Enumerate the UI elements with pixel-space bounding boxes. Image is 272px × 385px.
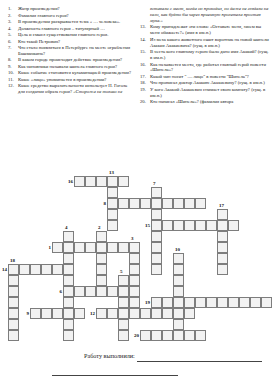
clue-text: Кто такой Петрович?	[18, 39, 134, 45]
worksheet-page: 1.Жанр произведения?2.Фамилия главного г…	[0, 0, 272, 385]
crossword-cell[interactable]	[107, 308, 118, 319]
crossword-cell[interactable]	[217, 253, 228, 264]
crossword-cell[interactable]	[129, 264, 140, 275]
clue-text: Какой чин носит " .... лицо" в повести "…	[150, 74, 269, 80]
crossword-cell[interactable]	[107, 286, 118, 297]
clue-item: 17.Какой чин носит " .... лицо" в повест…	[139, 74, 269, 80]
crossword-cell[interactable]	[41, 308, 52, 319]
clue-item: 6.Кто такой Петрович?	[7, 39, 134, 45]
clue-text: Кому принадлежат эти слова: «Оставьте ме…	[150, 24, 269, 36]
crossword-cell[interactable]	[118, 308, 129, 319]
clue-text: Из меха какого животного сшит воротник н…	[150, 37, 269, 49]
crossword-cell[interactable]	[173, 198, 184, 209]
clue-item: 15.В честь кого главному герою было дано…	[139, 49, 269, 61]
clue-number: 19.	[139, 87, 150, 99]
clue-text: Должность главного героя – титулярный …	[18, 26, 134, 32]
crossword-cell[interactable]	[8, 297, 19, 308]
crossword-cell[interactable]	[8, 308, 19, 319]
crossword-cell[interactable]	[129, 198, 140, 209]
crossword-cell[interactable]	[63, 242, 74, 253]
crossword-cell[interactable]	[118, 330, 129, 341]
clue-number: 14.	[139, 37, 150, 49]
clue-item: 12.Какое средство выразительности исполь…	[7, 83, 134, 95]
crossword-cell[interactable]	[63, 264, 74, 275]
crossword-cell[interactable]	[151, 253, 162, 264]
crossword-cell[interactable]	[107, 187, 118, 198]
clue-item: 13.Кому принадлежат эти слова: «Оставьте…	[139, 24, 269, 36]
crossword-cell[interactable]	[195, 297, 206, 308]
clue-item: 8.В каком городе происходит действие про…	[7, 57, 134, 63]
crossword-cell[interactable]	[151, 220, 162, 231]
crossword-cell[interactable]	[140, 198, 151, 209]
crossword-cell[interactable]	[8, 264, 19, 275]
crossword-cell[interactable]	[151, 242, 162, 253]
crossword-cell[interactable]	[118, 198, 129, 209]
crossword-cell[interactable]	[118, 242, 129, 253]
crossword-cell[interactable]	[250, 297, 261, 308]
crossword-cell[interactable]	[151, 330, 162, 341]
crossword-cell[interactable]	[107, 176, 118, 187]
crossword-cell[interactable]	[8, 330, 19, 341]
clue-number: 2.	[7, 13, 18, 19]
crossword-cell[interactable]	[96, 286, 107, 297]
crossword-cell[interactable]	[96, 242, 107, 253]
clue-number: 1.	[7, 6, 18, 12]
crossword-cell[interactable]	[129, 242, 140, 253]
entry-number-label: 15	[140, 223, 150, 228]
clue-text: В каком городе происходит действие произ…	[18, 57, 134, 63]
crossword-cell[interactable]	[173, 319, 184, 330]
crossword-cell[interactable]	[195, 198, 206, 209]
clue-text: Как называется место, где работал главны…	[150, 62, 269, 74]
crossword-cell[interactable]	[118, 297, 129, 308]
clue-text: Жанр произведения?	[18, 6, 134, 12]
crossword-cell[interactable]	[151, 297, 162, 308]
crossword-cell[interactable]	[173, 275, 184, 286]
crossword-cell[interactable]	[217, 242, 228, 253]
entry-number-label: 10	[175, 247, 180, 252]
crossword-cell[interactable]	[74, 176, 85, 187]
crossword-cell[interactable]	[173, 253, 184, 264]
crossword-cell[interactable]	[184, 220, 195, 231]
crossword-cell[interactable]	[162, 297, 173, 308]
signature-line	[137, 361, 262, 362]
crossword-cell[interactable]	[217, 231, 228, 242]
crossword-cell[interactable]	[151, 264, 162, 275]
crossword-cell[interactable]	[217, 220, 228, 231]
clue-item: 7.Что стало появляться в Петербурге на м…	[7, 45, 134, 57]
entry-number-label: 1	[41, 245, 51, 250]
clue-item: 11.Какое «лицо» упоминается в произведен…	[7, 77, 134, 83]
crossword-cell[interactable]	[195, 330, 206, 341]
crossword-cell[interactable]	[162, 330, 173, 341]
crossword-cell[interactable]	[151, 231, 162, 242]
entry-number-label: 12	[85, 311, 95, 316]
crossword-cell[interactable]	[63, 231, 74, 242]
clue-text: Какое средство выразительности используе…	[18, 83, 134, 95]
clue-number: 13.	[139, 24, 150, 36]
crossword-cell[interactable]	[173, 297, 184, 308]
entry-number-label: 3	[131, 236, 134, 241]
clue-text: В честь кого главному герою было дано им…	[150, 49, 269, 61]
crossword-cell[interactable]	[195, 220, 206, 231]
crossword-cell[interactable]	[206, 220, 217, 231]
crossword-cell[interactable]	[30, 308, 41, 319]
clue-item: 4.Должность главного героя – титулярный …	[7, 26, 134, 32]
crossword-cell[interactable]	[96, 308, 107, 319]
entry-number-label: 4	[65, 225, 68, 230]
entry-number-label: 8	[96, 201, 106, 206]
entry-number-label: 6	[52, 289, 62, 294]
clue-number: 18.	[139, 80, 150, 86]
clue-item: 2.Фамилия главного героя?	[7, 13, 134, 19]
crossword-cell[interactable]	[63, 286, 74, 297]
crossword-cell[interactable]	[206, 297, 217, 308]
crossword-cell[interactable]	[217, 297, 228, 308]
crossword-cell[interactable]	[129, 286, 140, 297]
crossword-cell[interactable]	[107, 209, 118, 220]
clue-text: У кого Акакий Акакиевич снимает свою ком…	[150, 87, 269, 99]
crossword-cell[interactable]	[217, 264, 228, 275]
crossword-cell[interactable]	[129, 308, 140, 319]
clue-number: 16.	[139, 62, 150, 74]
crossword-cell[interactable]	[96, 264, 107, 275]
clue-item: 3.В произведении раскрывается тема « … ч…	[7, 19, 134, 25]
crossword-cell[interactable]	[85, 242, 96, 253]
crossword-cell[interactable]	[8, 286, 19, 297]
crossword-cell[interactable]	[107, 198, 118, 209]
crossword-cell[interactable]	[96, 231, 107, 242]
crossword-cell[interactable]	[19, 264, 30, 275]
crossword-cell[interactable]	[118, 286, 129, 297]
crossword-cell[interactable]	[85, 176, 96, 187]
clue-text: Фамилия главного героя?	[18, 13, 134, 19]
crossword-cell[interactable]	[96, 176, 107, 187]
crossword-cell[interactable]	[52, 264, 63, 275]
crossword-cell[interactable]	[118, 275, 129, 286]
crossword-cell[interactable]	[184, 330, 195, 341]
entry-number-label: 17	[219, 203, 224, 208]
crossword-cell[interactable]	[173, 264, 184, 275]
clue-text: Какое событие становится кульминацией пр…	[18, 70, 134, 76]
clue-item: 19.У кого Акакий Акакиевич снимает свою …	[139, 87, 269, 99]
clue-number: 12.	[7, 83, 18, 95]
crossword-cell[interactable]	[173, 308, 184, 319]
entry-number-label: 9	[19, 311, 29, 316]
entry-number-label: 20	[129, 333, 139, 338]
clue-12-continuation: вставали с мест, когда он проходил, но д…	[139, 6, 269, 24]
entry-number-label: 13	[109, 170, 114, 175]
clue-item: 5.Цель и смысл существования главного ге…	[7, 32, 134, 38]
clue-number: 15.	[139, 49, 150, 61]
crossword-cell[interactable]	[52, 308, 63, 319]
clue-text: Цель и смысл существования главного геро…	[18, 32, 134, 38]
clue-number: 5.	[7, 32, 18, 38]
clue-item: 9.Как чиновники называли шинель главного…	[7, 64, 134, 70]
clue-text: Как чиновники называли шинель главного г…	[18, 64, 134, 70]
clue-number: 17.	[139, 74, 150, 80]
crossword-cell[interactable]	[118, 176, 129, 187]
clue-text: Кто написал «Шинель»? (фамилия автора	[150, 99, 269, 105]
clue-list-left: 1.Жанр произведения?2.Фамилия главного г…	[7, 6, 134, 96]
crossword-cell[interactable]	[261, 297, 272, 308]
clue-number: 20.	[139, 99, 150, 105]
crossword-cell[interactable]	[85, 286, 96, 297]
crossword-cell[interactable]	[52, 242, 63, 253]
crossword-cell[interactable]	[140, 330, 151, 341]
crossword-cell[interactable]	[129, 297, 140, 308]
crossword-cell[interactable]	[162, 308, 173, 319]
crossword-cell[interactable]	[129, 275, 140, 286]
crossword-cell[interactable]	[96, 253, 107, 264]
clue-item: 10.Какое событие становится кульминацией…	[7, 70, 134, 76]
footer-label: Работу выполнили:	[84, 352, 135, 359]
entry-number-label: 16	[63, 179, 73, 184]
clue-item: 18.Что прописал доктор Акакию Акакиевичу…	[139, 80, 269, 86]
crossword-cell[interactable]	[151, 198, 162, 209]
crossword-cell[interactable]	[96, 275, 107, 286]
clue-text: В произведении раскрывается тема « … чел…	[18, 19, 134, 25]
crossword-cell[interactable]	[30, 264, 41, 275]
crossword-cell[interactable]	[63, 330, 74, 341]
crossword-cell[interactable]	[239, 297, 250, 308]
entry-number-label: 19	[140, 300, 150, 305]
clue-number: 7.	[7, 45, 18, 57]
crossword-cell[interactable]	[162, 220, 173, 231]
crossword-cell[interactable]	[8, 319, 19, 330]
crossword-cell[interactable]	[118, 319, 129, 330]
crossword-cell[interactable]	[107, 242, 118, 253]
crossword-cell[interactable]	[228, 297, 239, 308]
clue-number: 8.	[7, 57, 18, 63]
clue-number: 3.	[7, 19, 18, 25]
crossword-cell[interactable]	[184, 308, 195, 319]
entry-number-label: 7	[153, 181, 156, 186]
entry-number-label: 2	[98, 225, 101, 230]
crossword-cell[interactable]	[140, 308, 151, 319]
signature-line	[52, 375, 178, 376]
crossword-cell[interactable]	[173, 330, 184, 341]
crossword-cell[interactable]	[162, 198, 173, 209]
crossword-cell[interactable]	[173, 286, 184, 297]
entry-number-label: 18	[10, 258, 15, 263]
entry-number-label: 5	[120, 269, 123, 274]
crossword-cell[interactable]	[63, 297, 74, 308]
clue-item: 14.Из меха какого животного сшит воротни…	[139, 37, 269, 49]
clue-text: Какое «лицо» упоминается в произведении?	[18, 77, 134, 83]
crossword-cell[interactable]	[173, 220, 184, 231]
clue-number: 6.	[7, 39, 18, 45]
crossword-cell[interactable]	[8, 275, 19, 286]
clue-number: 4.	[7, 26, 18, 32]
clue-item: 16.Как называется место, где работал гла…	[139, 62, 269, 74]
crossword-cell[interactable]	[63, 319, 74, 330]
crossword-cell[interactable]	[228, 220, 239, 231]
clue-text: Что стало появляться в Петербурге на мес…	[18, 45, 134, 57]
clue-text: Что прописал доктор Акакию Акакиевичу? (…	[150, 80, 269, 86]
crossword-cell[interactable]	[63, 308, 74, 319]
crossword-cell[interactable]	[217, 209, 228, 220]
crossword-cell[interactable]	[151, 308, 162, 319]
clue-item: 20.Кто написал «Шинель»? (фамилия автора	[139, 99, 269, 105]
crossword-cell[interactable]	[184, 198, 195, 209]
clue-number: 10.	[7, 70, 18, 76]
crossword-cell[interactable]	[107, 220, 118, 231]
crossword-cell[interactable]	[74, 242, 85, 253]
crossword-cell[interactable]	[41, 264, 52, 275]
crossword-cell[interactable]	[151, 209, 162, 220]
crossword-cell[interactable]	[74, 286, 85, 297]
clue-item: 1.Жанр произведения?	[7, 6, 134, 12]
crossword-cell[interactable]	[63, 253, 74, 264]
crossword-cell[interactable]	[129, 253, 140, 264]
crossword-grid: 16137817154213101418561991220	[8, 176, 272, 341]
entry-number-label: 14	[0, 267, 7, 272]
crossword-cell[interactable]	[74, 308, 85, 319]
clue-number: 11.	[7, 77, 18, 83]
clue-number: 9.	[7, 64, 18, 70]
crossword-cell[interactable]	[63, 275, 74, 286]
crossword-cell[interactable]	[151, 187, 162, 198]
clue-list-right: вставали с мест, когда он проходил, но д…	[139, 6, 269, 106]
crossword-cell[interactable]	[184, 297, 195, 308]
